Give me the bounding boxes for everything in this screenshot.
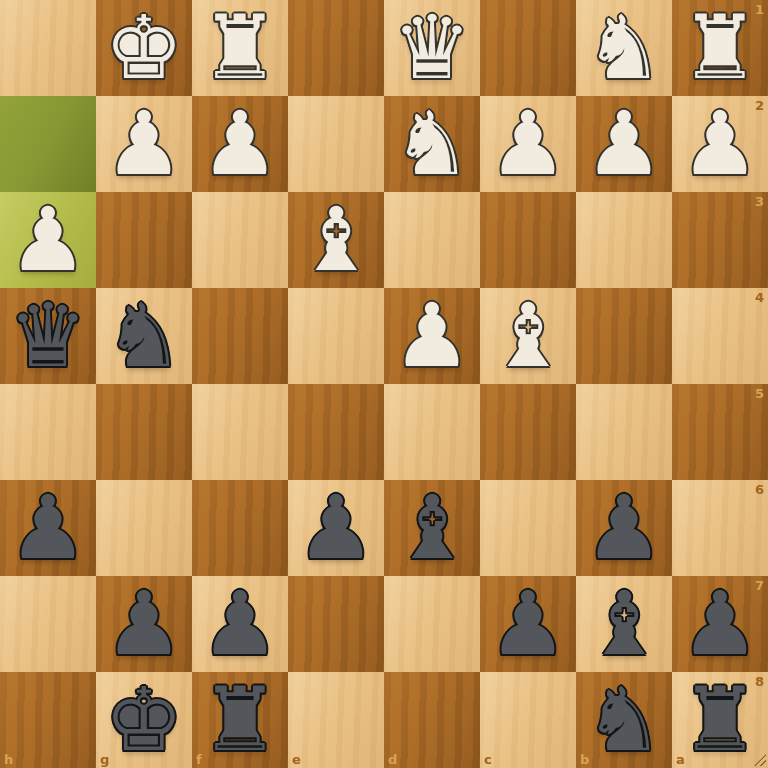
file-label-a: a — [676, 753, 685, 766]
piece-black-knight-g4[interactable]: ♞ — [105, 288, 184, 384]
square-b7[interactable]: ♝ — [576, 576, 672, 672]
square-h2[interactable] — [0, 96, 96, 192]
square-d4[interactable]: ♟ — [384, 288, 480, 384]
square-c3[interactable] — [480, 192, 576, 288]
square-b6[interactable]: ♟ — [576, 480, 672, 576]
square-a7[interactable]: 7♟ — [672, 576, 768, 672]
square-e2[interactable] — [288, 96, 384, 192]
piece-white-bishop-e3[interactable]: ♝ — [297, 192, 376, 288]
piece-white-pawn-h3[interactable]: ♟ — [9, 192, 88, 288]
square-g4[interactable]: ♞ — [96, 288, 192, 384]
piece-black-knight-b8[interactable]: ♞ — [585, 672, 664, 768]
file-label-g: g — [100, 753, 109, 766]
piece-white-pawn-f2[interactable]: ♟ — [201, 96, 280, 192]
square-c4[interactable]: ♝ — [480, 288, 576, 384]
rank-label-4: 4 — [755, 291, 764, 304]
square-a5[interactable]: 5 — [672, 384, 768, 480]
square-b8[interactable]: b♞ — [576, 672, 672, 768]
square-b2[interactable]: ♟ — [576, 96, 672, 192]
piece-black-pawn-g7[interactable]: ♟ — [105, 576, 184, 672]
square-g2[interactable]: ♟ — [96, 96, 192, 192]
square-e7[interactable] — [288, 576, 384, 672]
piece-white-pawn-c2[interactable]: ♟ — [489, 96, 568, 192]
square-f2[interactable]: ♟ — [192, 96, 288, 192]
square-b1[interactable]: ♞ — [576, 0, 672, 96]
square-b4[interactable] — [576, 288, 672, 384]
square-b3[interactable] — [576, 192, 672, 288]
square-h3[interactable]: ♟ — [0, 192, 96, 288]
rank-label-3: 3 — [755, 195, 764, 208]
square-d6[interactable]: ♝ — [384, 480, 480, 576]
square-d5[interactable] — [384, 384, 480, 480]
square-d7[interactable] — [384, 576, 480, 672]
rank-label-7: 7 — [755, 579, 764, 592]
piece-white-pawn-a2[interactable]: ♟ — [681, 96, 760, 192]
rank-label-1: 1 — [755, 3, 764, 16]
square-b5[interactable] — [576, 384, 672, 480]
rank-label-2: 2 — [755, 99, 764, 112]
square-f8[interactable]: f♜ — [192, 672, 288, 768]
square-h4[interactable]: ♛ — [0, 288, 96, 384]
file-label-c: c — [484, 753, 492, 766]
square-d3[interactable] — [384, 192, 480, 288]
square-h7[interactable] — [0, 576, 96, 672]
square-h6[interactable]: ♟ — [0, 480, 96, 576]
file-label-f: f — [196, 753, 202, 766]
square-h5[interactable] — [0, 384, 96, 480]
square-g3[interactable] — [96, 192, 192, 288]
square-f1[interactable]: ♜ — [192, 0, 288, 96]
piece-black-pawn-f7[interactable]: ♟ — [201, 576, 280, 672]
square-e1[interactable] — [288, 0, 384, 96]
file-label-h: h — [4, 753, 13, 766]
square-a2[interactable]: 2♟ — [672, 96, 768, 192]
square-a8[interactable]: 8a♜ — [672, 672, 768, 768]
piece-black-rook-f8[interactable]: ♜ — [201, 672, 280, 768]
piece-black-pawn-c7[interactable]: ♟ — [489, 576, 568, 672]
piece-black-bishop-d6[interactable]: ♝ — [393, 480, 472, 576]
square-a1[interactable]: 1♜ — [672, 0, 768, 96]
square-f6[interactable] — [192, 480, 288, 576]
square-d2[interactable]: ♞ — [384, 96, 480, 192]
square-g1[interactable]: ♚ — [96, 0, 192, 96]
piece-white-king-g1[interactable]: ♚ — [105, 0, 184, 96]
piece-white-knight-d2[interactable]: ♞ — [393, 96, 472, 192]
piece-black-rook-a8[interactable]: ♜ — [681, 672, 760, 768]
piece-black-king-g8[interactable]: ♚ — [105, 672, 184, 768]
piece-white-bishop-c4[interactable]: ♝ — [489, 288, 568, 384]
square-d8[interactable]: d — [384, 672, 480, 768]
square-f4[interactable] — [192, 288, 288, 384]
square-d1[interactable]: ♛ — [384, 0, 480, 96]
piece-black-pawn-a7[interactable]: ♟ — [681, 576, 760, 672]
square-g6[interactable] — [96, 480, 192, 576]
square-g8[interactable]: g♚ — [96, 672, 192, 768]
file-label-d: d — [388, 753, 397, 766]
piece-white-rook-f1[interactable]: ♜ — [201, 0, 280, 96]
piece-black-queen-h4[interactable]: ♛ — [9, 288, 88, 384]
square-a3[interactable]: 3 — [672, 192, 768, 288]
square-f5[interactable] — [192, 384, 288, 480]
rank-label-5: 5 — [755, 387, 764, 400]
piece-white-rook-a1[interactable]: ♜ — [681, 0, 760, 96]
piece-white-pawn-d4[interactable]: ♟ — [393, 288, 472, 384]
square-c8[interactable]: c — [480, 672, 576, 768]
square-e5[interactable] — [288, 384, 384, 480]
file-label-e: e — [292, 753, 301, 766]
square-e6[interactable]: ♟ — [288, 480, 384, 576]
square-c5[interactable] — [480, 384, 576, 480]
chess-board: ♚♜♛♞1♜♟♟♞♟♟2♟♟♝3♛♞♟♝45♟♟♝♟6♟♟♟♝7♟hg♚f♜ed… — [0, 0, 768, 768]
piece-black-bishop-b7[interactable]: ♝ — [585, 576, 664, 672]
square-g5[interactable] — [96, 384, 192, 480]
square-a6[interactable]: 6 — [672, 480, 768, 576]
square-h1[interactable] — [0, 0, 96, 96]
square-e4[interactable] — [288, 288, 384, 384]
square-e3[interactable]: ♝ — [288, 192, 384, 288]
rank-label-6: 6 — [755, 483, 764, 496]
square-c2[interactable]: ♟ — [480, 96, 576, 192]
rank-label-8: 8 — [755, 675, 764, 688]
piece-black-pawn-h6[interactable]: ♟ — [9, 480, 88, 576]
square-f7[interactable]: ♟ — [192, 576, 288, 672]
square-g7[interactable]: ♟ — [96, 576, 192, 672]
piece-white-queen-d1[interactable]: ♛ — [393, 0, 472, 96]
piece-white-pawn-b2[interactable]: ♟ — [585, 96, 664, 192]
piece-white-knight-b1[interactable]: ♞ — [585, 0, 664, 96]
square-c1[interactable] — [480, 0, 576, 96]
square-c6[interactable] — [480, 480, 576, 576]
square-a4[interactable]: 4 — [672, 288, 768, 384]
square-f3[interactable] — [192, 192, 288, 288]
square-e8[interactable]: e — [288, 672, 384, 768]
square-h8[interactable]: h — [0, 672, 96, 768]
square-c7[interactable]: ♟ — [480, 576, 576, 672]
file-label-b: b — [580, 753, 589, 766]
piece-white-pawn-g2[interactable]: ♟ — [105, 96, 184, 192]
piece-black-pawn-b6[interactable]: ♟ — [585, 480, 664, 576]
piece-black-pawn-e6[interactable]: ♟ — [297, 480, 376, 576]
